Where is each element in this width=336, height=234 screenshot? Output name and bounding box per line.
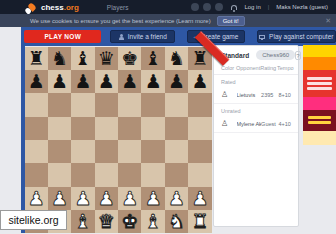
black-king[interactable]: ♚ — [121, 47, 138, 70]
square-g2[interactable]: ♟ — [165, 187, 188, 210]
ad-segment — [303, 57, 336, 70]
logo-text[interactable]: chess.org — [41, 3, 79, 12]
lobby-column-headers: Color Opponent Rating Tempo — [214, 63, 298, 75]
square-e3[interactable] — [118, 163, 141, 186]
square-c2[interactable]: ♟ — [71, 187, 94, 210]
square-g3[interactable] — [165, 163, 188, 186]
column-color: Color — [221, 65, 236, 71]
game-tempo: 8+10 — [278, 92, 293, 98]
white-pawn[interactable]: ♟ — [28, 187, 45, 210]
black-pawn[interactable]: ♟ — [98, 70, 115, 93]
white-bishop[interactable]: ♝ — [145, 210, 162, 233]
square-b3[interactable] — [48, 163, 71, 186]
square-b6[interactable] — [48, 93, 71, 116]
square-d7[interactable]: ♟ — [95, 70, 118, 93]
navbar-right-cluster: Log in | Maks Nezla (guest) — [187, 3, 328, 11]
ad-segment — [303, 45, 336, 57]
square-b7[interactable]: ♟ — [48, 70, 71, 93]
opponent-rating: 2395 — [261, 92, 278, 98]
play-computer-label: Play against computer — [269, 33, 333, 40]
ad-segment — [303, 110, 336, 131]
notifications-bell-icon[interactable] — [231, 5, 237, 10]
square-a6[interactable] — [25, 93, 48, 116]
square-e1[interactable]: ♚ — [118, 210, 141, 233]
white-knight[interactable]: ♞ — [168, 210, 185, 233]
ad-segment — [303, 97, 336, 110]
social-icon-1[interactable] — [191, 3, 199, 11]
white-bishop[interactable]: ♝ — [74, 210, 91, 233]
black-bishop[interactable]: ♝ — [145, 47, 162, 70]
square-f6[interactable] — [141, 93, 164, 116]
invite-friend-button[interactable]: Invite a friend — [110, 30, 175, 43]
nav-item-players[interactable]: Players — [107, 4, 129, 11]
square-h1[interactable]: ♜ — [188, 210, 211, 233]
square-a7[interactable]: ♟ — [25, 70, 48, 93]
cookie-accept-button[interactable]: Got it! — [217, 16, 245, 26]
black-knight[interactable]: ♞ — [51, 47, 68, 70]
game-lobby-panel: Standard Chess960 ? Color Opponent Ratin… — [213, 45, 299, 227]
square-d5[interactable] — [95, 117, 118, 140]
lobby-row[interactable]: ♙ Lietuvis 2395 8+10 — [214, 87, 298, 104]
square-h5[interactable] — [188, 117, 211, 140]
black-knight[interactable]: ♞ — [168, 47, 185, 70]
chess-board[interactable]: ♜♞♝♛♚♝♞♜♟♟♟♟♟♟♟♟♟♟♟♟♟♟♟♟♜♞♝♛♚♝♞♜ — [25, 47, 212, 234]
square-c7[interactable]: ♟ — [71, 70, 94, 93]
square-d6[interactable] — [95, 93, 118, 116]
lobby-row[interactable]: ♙ Mylene Akyla Guest 4+10 — [214, 116, 298, 133]
ad-segment — [303, 131, 336, 145]
close-icon[interactable]: ✕ — [325, 17, 331, 25]
white-pawn[interactable]: ♟ — [121, 187, 138, 210]
square-g5[interactable] — [165, 117, 188, 140]
square-a2[interactable]: ♟ — [25, 187, 48, 210]
ad-segment — [303, 70, 336, 97]
square-a4[interactable] — [25, 140, 48, 163]
square-d3[interactable] — [95, 163, 118, 186]
top-navbar: chess.org Players Log in | Maks Nezla (g… — [0, 0, 336, 14]
login-link[interactable]: Log in — [244, 4, 260, 10]
square-f2[interactable]: ♟ — [141, 187, 164, 210]
square-e4[interactable] — [118, 140, 141, 163]
square-d2[interactable]: ♟ — [95, 187, 118, 210]
square-e2[interactable]: ♟ — [118, 187, 141, 210]
language-globe-icon[interactable] — [215, 3, 223, 11]
square-c4[interactable] — [71, 140, 94, 163]
square-f8[interactable]: ♝ — [141, 47, 164, 70]
black-rook[interactable]: ♜ — [28, 47, 45, 70]
white-pawn-icon: ♙ — [221, 119, 237, 128]
square-b2[interactable]: ♟ — [48, 187, 71, 210]
square-e8[interactable]: ♚ — [118, 47, 141, 70]
computer-icon — [259, 35, 265, 39]
game-tempo: 4+10 — [278, 121, 293, 127]
square-f5[interactable] — [141, 117, 164, 140]
square-c3[interactable] — [71, 163, 94, 186]
opponent-name[interactable]: Lietuvis — [237, 92, 262, 98]
square-a3[interactable] — [25, 163, 48, 186]
white-queen[interactable]: ♛ — [98, 210, 115, 233]
white-pawn[interactable]: ♟ — [168, 187, 185, 210]
column-tempo: Tempo — [277, 65, 293, 71]
black-pawn[interactable]: ♟ — [121, 70, 138, 93]
square-h2[interactable]: ♟ — [188, 187, 211, 210]
guest-username[interactable]: Maks Nezla (guest) — [276, 4, 328, 10]
section-label-rated: Rated — [214, 75, 298, 87]
square-d8[interactable]: ♛ — [95, 47, 118, 70]
white-pawn[interactable]: ♟ — [51, 187, 68, 210]
opponent-rating: Guest — [261, 121, 278, 127]
black-pawn[interactable]: ♟ — [168, 70, 185, 93]
column-opponent: Opponent — [236, 65, 260, 71]
column-rating: Rating — [260, 65, 277, 71]
play-computer-button[interactable]: Play against computer — [257, 30, 336, 43]
action-bar: PLAY NOW Invite a friend + Create game P… — [21, 27, 336, 46]
square-e7[interactable]: ♟ — [118, 70, 141, 93]
square-b5[interactable] — [48, 117, 71, 140]
chess-org-logo-icon[interactable] — [27, 2, 37, 12]
square-e5[interactable] — [118, 117, 141, 140]
square-g8[interactable]: ♞ — [165, 47, 188, 70]
white-pawn[interactable]: ♟ — [98, 187, 115, 210]
square-c5[interactable] — [71, 117, 94, 140]
black-pawn[interactable]: ♟ — [28, 70, 45, 93]
nav-separator: | — [268, 4, 270, 10]
section-label-unrated: Unrated — [214, 104, 298, 116]
square-f1[interactable]: ♝ — [141, 210, 164, 233]
white-pawn[interactable]: ♟ — [191, 187, 208, 210]
black-rook[interactable]: ♜ — [191, 47, 208, 70]
square-g6[interactable] — [165, 93, 188, 116]
square-h7[interactable]: ♟ — [188, 70, 211, 93]
help-icon[interactable]: ? — [295, 51, 300, 60]
square-f7[interactable]: ♟ — [141, 70, 164, 93]
square-a8[interactable]: ♜ — [25, 47, 48, 70]
square-a5[interactable] — [25, 117, 48, 140]
cookie-consent-bar: We use cookies to ensure you get the bes… — [0, 14, 336, 27]
square-c1[interactable]: ♝ — [71, 210, 94, 233]
square-b4[interactable] — [48, 140, 71, 163]
square-f4[interactable] — [141, 140, 164, 163]
white-pawn[interactable]: ♟ — [74, 187, 91, 210]
black-pawn[interactable]: ♟ — [145, 70, 162, 93]
square-h4[interactable] — [188, 140, 211, 163]
watermark: sitelike.org — [0, 210, 67, 230]
opponent-name[interactable]: Mylene Akyla — [237, 121, 262, 127]
social-icon-2[interactable] — [203, 3, 211, 11]
invite-friend-label: Invite a friend — [128, 33, 167, 40]
tab-chess960[interactable]: Chess960 — [256, 50, 295, 60]
black-pawn[interactable]: ♟ — [191, 70, 208, 93]
person-icon — [119, 34, 124, 39]
black-queen[interactable]: ♛ — [98, 47, 115, 70]
square-g7[interactable]: ♟ — [165, 70, 188, 93]
square-g1[interactable]: ♞ — [165, 210, 188, 233]
white-king[interactable]: ♚ — [121, 210, 138, 233]
black-pawn[interactable]: ♟ — [51, 70, 68, 93]
square-d4[interactable] — [95, 140, 118, 163]
square-h3[interactable] — [188, 163, 211, 186]
black-pawn[interactable]: ♟ — [74, 70, 91, 93]
ad-banner[interactable] — [303, 45, 336, 145]
square-d1[interactable]: ♛ — [95, 210, 118, 233]
logo-tld: .org — [64, 3, 79, 12]
square-c6[interactable] — [71, 93, 94, 116]
square-e6[interactable] — [118, 93, 141, 116]
black-bishop[interactable]: ♝ — [74, 47, 91, 70]
square-h6[interactable] — [188, 93, 211, 116]
white-pawn[interactable]: ♟ — [145, 187, 162, 210]
play-now-button[interactable]: PLAY NOW — [24, 30, 101, 43]
square-c8[interactable]: ♝ — [71, 47, 94, 70]
cookie-message: We use cookies to ensure you get the bes… — [30, 18, 211, 24]
square-b8[interactable]: ♞ — [48, 47, 71, 70]
white-rook[interactable]: ♜ — [191, 210, 208, 233]
square-g4[interactable] — [165, 140, 188, 163]
square-f3[interactable] — [141, 163, 164, 186]
white-pawn-icon: ♙ — [221, 90, 237, 99]
